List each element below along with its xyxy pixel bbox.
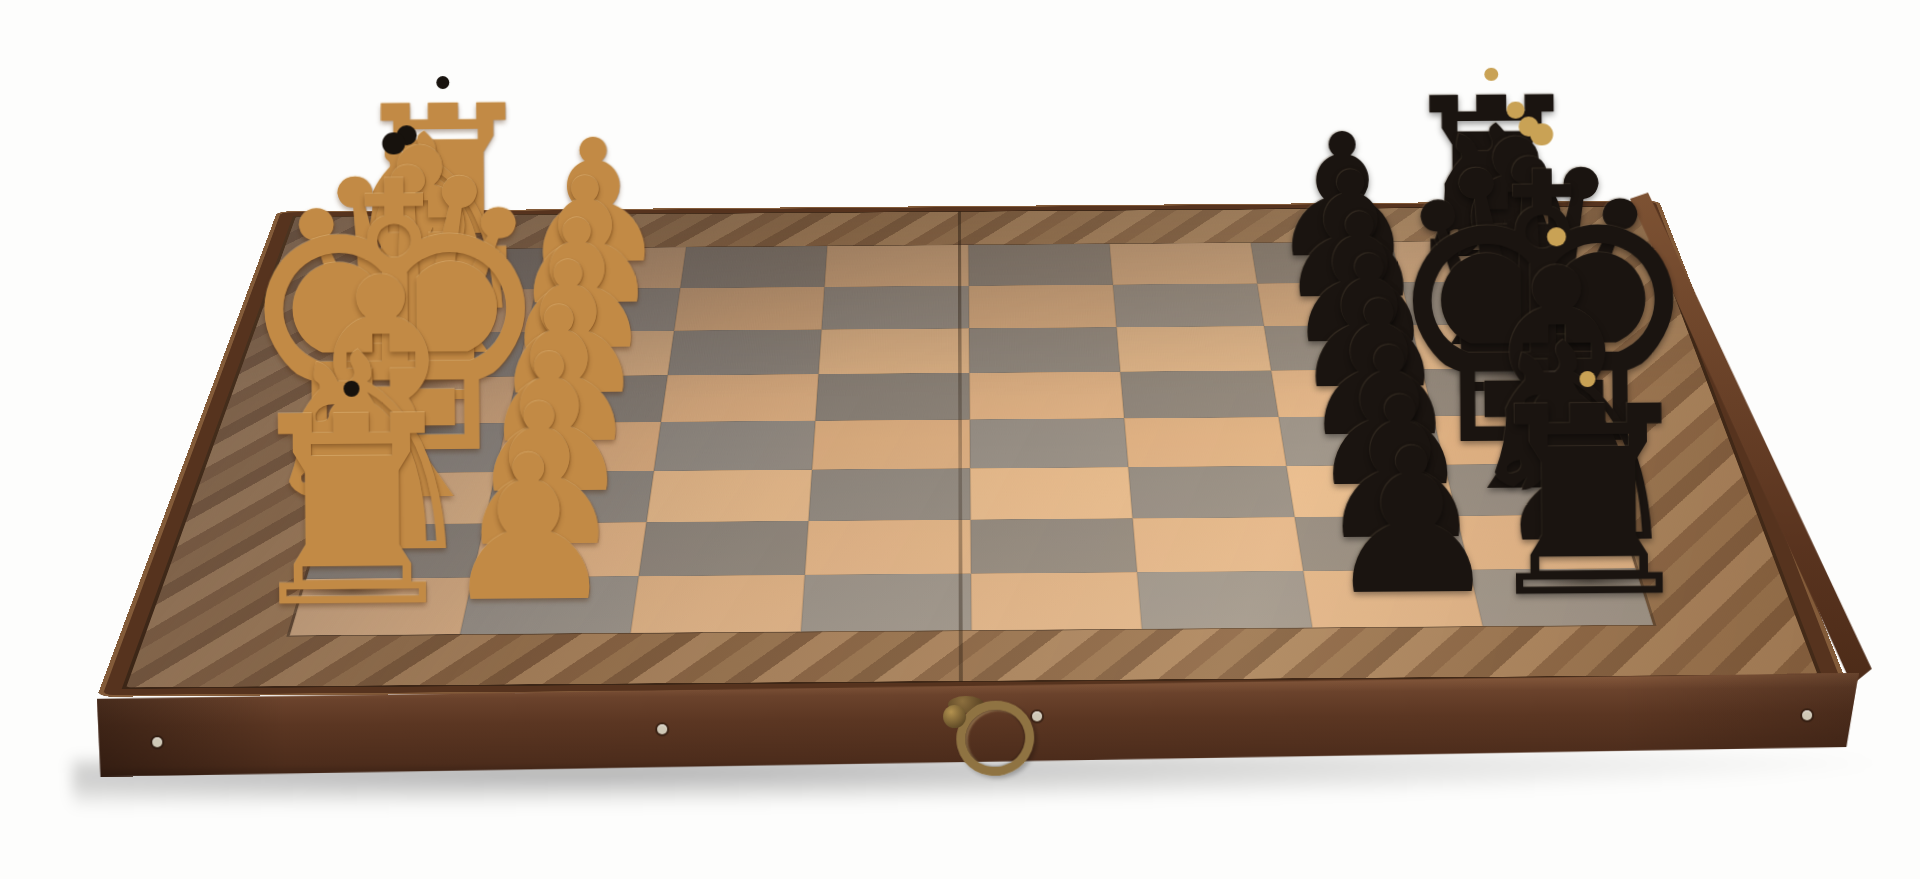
black-king-finial [1530,123,1553,146]
black-bishop-finial [1547,227,1566,246]
black-rook-finial [1580,371,1596,387]
piece-white-pawn-h2[interactable]: ♟ [438,429,619,631]
piece-black-rook-h8[interactable]: ♜ [1471,372,1707,634]
photo-scene: ♜♟♟♜♞♟♟♞♝♟♟♝♛♟♟♛♚♟♟♚♝♟♟♝♞♟♟♞♜♟♟♜ [0,0,1920,879]
pieces-layer: ♜♟♟♜♞♟♟♞♝♟♟♝♛♟♟♛♚♟♟♚♝♟♟♝♞♟♟♞♜♟♟♜ [0,0,1920,879]
piece-white-rook-h1[interactable]: ♜ [234,382,470,644]
photo-stage: ♜♟♟♜♞♟♟♞♝♟♟♝♛♟♟♛♚♟♟♚♝♟♟♝♞♟♟♞♜♟♟♜ rnbqkbn… [0,0,1920,879]
white-rook-finial [343,380,359,396]
white-king-finial [382,132,405,155]
